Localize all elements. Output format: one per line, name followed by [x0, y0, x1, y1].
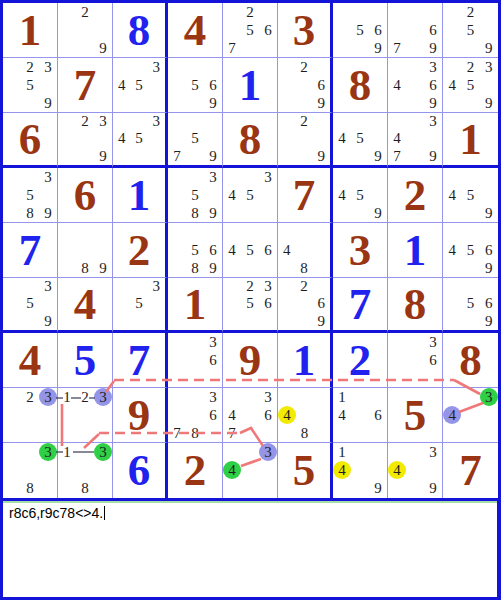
candidate: 5	[241, 21, 259, 39]
candidate: 1	[58, 388, 76, 406]
empty-slot	[113, 58, 130, 76]
empty-slot	[39, 295, 57, 312]
empty-slot	[94, 21, 112, 39]
empty-slot	[295, 241, 312, 259]
empty-slot	[259, 223, 277, 241]
candidate: 6	[204, 76, 222, 94]
empty-slot	[186, 351, 204, 369]
empty-slot	[295, 223, 312, 241]
bottom-panel: r8c6,r9c78<>4.	[0, 501, 501, 600]
candidate: 5	[21, 186, 39, 204]
empty-slot	[241, 204, 259, 222]
candidate-highlight-green: 3	[39, 443, 57, 461]
candidate: 5	[130, 76, 147, 94]
candidate: 5	[461, 76, 479, 94]
cell-r3c4[interactable]: 579	[168, 113, 223, 168]
pencil-marks: 2567	[223, 3, 277, 57]
cell-r1c6[interactable]: 3	[278, 3, 333, 58]
empty-slot	[94, 480, 112, 498]
empty-slot	[406, 58, 424, 76]
empty-slot	[168, 130, 186, 147]
given-digit: 2	[168, 443, 222, 498]
cell-r1c9[interactable]: 259	[443, 3, 498, 58]
candidate: 5	[21, 295, 39, 312]
solved-digit: 7	[113, 333, 165, 387]
empty-slot	[241, 259, 259, 277]
cell-r7c3[interactable]: 7	[113, 333, 168, 388]
empty-slot	[388, 21, 406, 39]
cell-r4c6[interactable]: 7	[278, 168, 333, 223]
cell-r5c9[interactable]: 4569	[443, 223, 498, 278]
cell-r4c8[interactable]: 2	[388, 168, 443, 223]
empty-slot	[406, 130, 424, 147]
empty-slot	[168, 241, 186, 259]
cell-r4c9[interactable]: 459	[443, 168, 498, 223]
candidate: 2	[461, 58, 479, 76]
candidate: 3	[94, 113, 112, 130]
candidate: 3	[259, 278, 277, 295]
empty-slot	[313, 424, 330, 442]
empty-slot	[369, 168, 387, 186]
pencil-marks: 349	[388, 443, 442, 498]
empty-slot	[168, 58, 186, 76]
cell-r5c7[interactable]: 3	[333, 223, 388, 278]
empty-slot	[58, 406, 76, 424]
empty-slot	[94, 223, 112, 241]
empty-slot	[388, 351, 406, 369]
empty-slot	[295, 313, 312, 330]
candidate-highlight-purple: 3	[94, 388, 112, 406]
empty-slot	[278, 130, 295, 147]
cell-r9c6[interactable]: 5	[278, 443, 333, 498]
cell-r4c1[interactable]: 3589	[3, 168, 58, 223]
candidate: 9	[39, 204, 57, 222]
cell-r9c3[interactable]: 6	[113, 443, 168, 498]
candidate: 9	[313, 148, 330, 165]
cell-r7c2[interactable]: 5	[58, 333, 113, 388]
empty-slot	[388, 369, 406, 387]
pencil-marks: 569	[443, 278, 498, 330]
empty-slot	[76, 424, 94, 442]
pencil-marks: 259	[443, 3, 498, 57]
empty-slot	[113, 148, 130, 165]
empty-slot	[3, 313, 21, 330]
empty-slot	[278, 295, 295, 312]
cell-r3c2[interactable]: 239	[58, 113, 113, 168]
candidate: 8	[296, 424, 313, 442]
pencil-marks: 48	[278, 388, 330, 442]
cell-r2c9[interactable]: 23459	[443, 58, 498, 113]
candidate: 5	[21, 76, 39, 94]
empty-slot	[480, 406, 498, 424]
pencil-marks: 35	[113, 278, 165, 330]
candidate: 3	[259, 168, 277, 186]
empty-slot	[21, 461, 39, 479]
empty-slot	[223, 21, 241, 39]
candidate: 2	[461, 3, 479, 21]
pencil-marks: 3469	[388, 58, 442, 112]
cell-r3c8[interactable]: 3479	[388, 113, 443, 168]
command-input[interactable]: r8c6,r9c78<>4.	[3, 503, 497, 521]
empty-slot	[3, 424, 21, 442]
candidate: 9	[204, 148, 222, 165]
empty-slot	[369, 113, 387, 130]
empty-slot	[113, 94, 130, 112]
empty-slot	[21, 406, 39, 424]
empty-slot	[351, 480, 369, 498]
empty-slot	[333, 21, 351, 39]
empty-slot	[443, 21, 461, 39]
empty-slot	[148, 76, 165, 94]
candidate-highlight-yellow: 4	[388, 461, 406, 479]
cell-r5c3[interactable]: 2	[113, 223, 168, 278]
cell-r6c1[interactable]: 359	[3, 278, 58, 333]
candidate: 4	[443, 76, 461, 94]
candidate: 8	[21, 480, 39, 498]
pencil-marks: 459	[443, 168, 498, 222]
empty-slot	[259, 39, 277, 57]
cell-r4c7[interactable]: 459	[333, 168, 388, 223]
empty-slot	[443, 424, 461, 442]
cell-r8c8[interactable]: 5	[388, 388, 443, 443]
empty-slot	[3, 388, 21, 406]
candidate: 6	[259, 406, 277, 424]
cell-r5c4[interactable]: 5689	[168, 223, 223, 278]
cell-r5c6[interactable]: 48	[278, 223, 333, 278]
empty-slot	[186, 333, 204, 351]
candidate: 9	[313, 94, 330, 112]
given-digit: 4	[58, 278, 112, 330]
empty-slot	[204, 369, 222, 387]
empty-slot	[351, 461, 369, 479]
empty-slot	[406, 21, 424, 39]
candidate: 9	[313, 313, 330, 330]
empty-slot	[406, 480, 424, 498]
candidate: 6	[424, 21, 442, 39]
candidate: 4	[113, 130, 130, 147]
cell-r7c7[interactable]: 2	[333, 333, 388, 388]
candidate: 5	[186, 130, 204, 147]
cell-r6c2[interactable]: 4	[58, 278, 113, 333]
candidate: 5	[351, 21, 369, 39]
empty-slot	[461, 313, 479, 330]
empty-slot	[3, 186, 21, 204]
empty-slot	[259, 424, 277, 442]
cell-r8c4[interactable]: 3678	[168, 388, 223, 443]
empty-slot	[241, 39, 259, 57]
candidate: 4	[333, 130, 351, 147]
empty-slot	[58, 241, 76, 259]
cell-r6c8[interactable]: 8	[388, 278, 443, 333]
empty-slot	[168, 113, 186, 130]
candidate: 1	[58, 443, 76, 461]
empty-slot	[241, 388, 259, 406]
empty-slot	[3, 168, 21, 186]
cell-r2c1[interactable]: 2359	[3, 58, 58, 113]
empty-slot	[186, 113, 204, 130]
cell-r6c3[interactable]: 35	[113, 278, 168, 333]
cell-r9c8[interactable]: 349	[388, 443, 443, 498]
candidate: 3	[148, 278, 165, 295]
cell-r4c4[interactable]: 3589	[168, 168, 223, 223]
cell-r1c2[interactable]: 29	[58, 3, 113, 58]
cell-r9c7[interactable]: 149	[333, 443, 388, 498]
cell-r3c6[interactable]: 29	[278, 113, 333, 168]
candidate: 2	[241, 278, 259, 295]
candidate: 9	[204, 94, 222, 112]
candidate: 8	[76, 259, 94, 277]
candidate: 3	[148, 113, 165, 130]
candidate: 2	[76, 3, 94, 21]
candidate: 2	[21, 388, 39, 406]
pencil-marks: 89	[58, 223, 112, 277]
empty-slot	[76, 406, 94, 424]
cell-r1c1[interactable]: 1	[3, 3, 58, 58]
pencil-marks: 3589	[3, 168, 57, 222]
cell-r7c8[interactable]: 36	[388, 333, 443, 388]
cell-r1c7[interactable]: 569	[333, 3, 388, 58]
empty-slot	[351, 148, 369, 165]
empty-slot	[94, 241, 112, 259]
empty-slot	[461, 94, 479, 112]
cell-r7c9[interactable]: 8	[443, 333, 498, 388]
cell-r9c1[interactable]: 38	[3, 443, 58, 498]
sudoku-board: 1298425673569679259235973455691269834692…	[0, 0, 501, 501]
given-digit: 6	[3, 113, 57, 165]
cell-r5c1[interactable]: 7	[3, 223, 58, 278]
cell-r6c6[interactable]: 269	[278, 278, 333, 333]
empty-slot	[278, 259, 295, 277]
empty-slot	[21, 443, 39, 461]
solved-digit: 1	[113, 168, 165, 222]
empty-slot	[333, 113, 351, 130]
empty-slot	[369, 3, 387, 21]
candidate: 9	[204, 259, 222, 277]
empty-slot	[333, 480, 351, 498]
empty-slot	[168, 168, 186, 186]
candidate: 9	[480, 39, 498, 57]
candidate: 9	[39, 94, 57, 112]
empty-slot	[313, 58, 330, 76]
candidate: 3	[424, 113, 442, 130]
empty-slot	[186, 148, 204, 165]
text-caret	[104, 506, 105, 520]
cell-r9c5[interactable]: 34	[223, 443, 278, 498]
empty-slot	[223, 313, 241, 330]
cell-r6c4[interactable]: 1	[168, 278, 223, 333]
candidate: 6	[369, 406, 387, 424]
candidate: 5	[351, 186, 369, 204]
empty-slot	[148, 130, 165, 147]
empty-slot	[168, 406, 186, 424]
given-digit: 9	[223, 333, 277, 387]
cell-r2c6[interactable]: 269	[278, 58, 333, 113]
candidate-highlight-purple: 4	[443, 406, 461, 424]
cell-r8c9[interactable]: 34	[443, 388, 498, 443]
candidate: 9	[94, 259, 112, 277]
empty-slot	[295, 130, 312, 147]
given-digit: 5	[388, 388, 442, 442]
candidate: 2	[21, 58, 39, 76]
cell-r8c7[interactable]: 146	[333, 388, 388, 443]
cell-r5c2[interactable]: 89	[58, 223, 113, 278]
cell-r4c3[interactable]: 1	[113, 168, 168, 223]
empty-slot	[168, 388, 186, 406]
empty-slot	[295, 148, 312, 165]
pencil-marks: 3589	[168, 168, 222, 222]
given-digit: 8	[443, 333, 498, 387]
cell-r8c6[interactable]: 48	[278, 388, 333, 443]
empty-slot	[3, 76, 21, 94]
empty-slot	[39, 461, 57, 479]
cell-r2c8[interactable]: 3469	[388, 58, 443, 113]
empty-slot	[424, 130, 442, 147]
solved-digit: 7	[333, 278, 387, 330]
empty-slot	[148, 295, 165, 312]
candidate: 5	[351, 130, 369, 147]
cell-r8c2[interactable]: 123	[58, 388, 113, 443]
solved-digit: 7	[3, 223, 57, 277]
candidate-highlight-yellow: 4	[333, 461, 351, 479]
cell-r6c5[interactable]: 2356	[223, 278, 278, 333]
empty-slot	[204, 424, 222, 442]
pencil-marks: 23	[3, 388, 57, 442]
candidate: 4	[278, 241, 295, 259]
empty-slot	[480, 278, 498, 295]
empty-slot	[333, 204, 351, 222]
cell-r2c3[interactable]: 345	[113, 58, 168, 113]
empty-slot	[223, 443, 241, 461]
cell-r4c5[interactable]: 345	[223, 168, 278, 223]
empty-slot	[113, 313, 130, 330]
pencil-marks: 5689	[168, 223, 222, 277]
candidate: 2	[295, 113, 312, 130]
empty-slot	[168, 94, 186, 112]
empty-slot	[406, 148, 424, 165]
cell-r5c5[interactable]: 456	[223, 223, 278, 278]
empty-slot	[351, 406, 369, 424]
empty-slot	[424, 369, 442, 387]
empty-slot	[58, 113, 76, 130]
cell-r1c3[interactable]: 8	[113, 3, 168, 58]
cell-r8c3[interactable]: 9	[113, 388, 168, 443]
cell-r3c7[interactable]: 459	[333, 113, 388, 168]
empty-slot	[369, 388, 387, 406]
cell-r6c7[interactable]: 7	[333, 278, 388, 333]
cell-r1c5[interactable]: 2567	[223, 3, 278, 58]
cell-r2c2[interactable]: 7	[58, 58, 113, 113]
empty-slot	[313, 241, 330, 259]
candidate-highlight-green: 3	[94, 443, 112, 461]
empty-slot	[21, 424, 39, 442]
cell-r3c9[interactable]: 1	[443, 113, 498, 168]
cell-r1c8[interactable]: 679	[388, 3, 443, 58]
given-digit: 8	[223, 113, 277, 165]
cell-r9c9[interactable]: 7	[443, 443, 498, 498]
empty-slot	[21, 168, 39, 186]
cell-r7c1[interactable]: 4	[3, 333, 58, 388]
empty-slot	[113, 278, 130, 295]
cell-r2c7[interactable]: 8	[333, 58, 388, 113]
given-digit: 9	[113, 388, 165, 442]
empty-slot	[3, 461, 21, 479]
empty-slot	[58, 424, 76, 442]
empty-slot	[58, 39, 76, 57]
cell-r8c1[interactable]: 23	[3, 388, 58, 443]
candidate: 8	[186, 204, 204, 222]
cell-r2c4[interactable]: 569	[168, 58, 223, 113]
pencil-marks: 4569	[443, 223, 498, 277]
empty-slot	[313, 259, 330, 277]
pencil-marks: 359	[3, 278, 57, 330]
cell-r3c1[interactable]: 6	[3, 113, 58, 168]
cell-r7c6[interactable]: 1	[278, 333, 333, 388]
empty-slot	[223, 278, 241, 295]
empty-slot	[406, 351, 424, 369]
given-digit: 8	[388, 278, 442, 330]
empty-slot	[369, 186, 387, 204]
cell-r9c2[interactable]: 138	[58, 443, 113, 498]
cell-r3c3[interactable]: 345	[113, 113, 168, 168]
cell-r6c9[interactable]: 569	[443, 278, 498, 333]
empty-slot	[76, 148, 94, 165]
empty-slot	[259, 313, 277, 330]
cell-r4c2[interactable]: 6	[58, 168, 113, 223]
empty-slot	[406, 94, 424, 112]
candidate: 3	[39, 168, 57, 186]
pencil-marks: 38	[3, 443, 57, 498]
cell-r8c5[interactable]: 3467	[223, 388, 278, 443]
empty-slot	[313, 130, 330, 147]
empty-slot	[58, 480, 76, 498]
candidate: 1	[333, 388, 351, 406]
empty-slot	[58, 259, 76, 277]
candidate: 3	[480, 58, 498, 76]
empty-slot	[461, 39, 479, 57]
empty-slot	[369, 443, 387, 461]
candidate: 6	[480, 241, 498, 259]
candidate: 4	[333, 406, 351, 424]
empty-slot	[480, 223, 498, 241]
candidate: 4	[223, 186, 241, 204]
cell-r7c4[interactable]: 36	[168, 333, 223, 388]
candidate: 7	[168, 424, 186, 442]
empty-slot	[313, 388, 330, 406]
candidate: 3	[204, 168, 222, 186]
given-digit: 3	[278, 3, 330, 57]
empty-slot	[443, 94, 461, 112]
cell-r1c4[interactable]: 4	[168, 3, 223, 58]
pencil-marks: 48	[278, 223, 330, 277]
empty-slot	[76, 443, 94, 461]
empty-slot	[480, 76, 498, 94]
cell-r9c4[interactable]: 2	[168, 443, 223, 498]
candidate: 9	[39, 313, 57, 330]
pencil-marks: 36	[388, 333, 442, 387]
cell-r3c5[interactable]: 8	[223, 113, 278, 168]
cell-r7c5[interactable]: 9	[223, 333, 278, 388]
candidate: 5	[130, 130, 147, 147]
empty-slot	[76, 39, 94, 57]
candidate: 9	[480, 313, 498, 330]
empty-slot	[351, 424, 369, 442]
empty-slot	[313, 406, 330, 424]
candidate: 2	[241, 3, 259, 21]
empty-slot	[3, 480, 21, 498]
cell-r2c5[interactable]: 1	[223, 58, 278, 113]
cell-r5c8[interactable]: 1	[388, 223, 443, 278]
candidate: 5	[241, 186, 259, 204]
